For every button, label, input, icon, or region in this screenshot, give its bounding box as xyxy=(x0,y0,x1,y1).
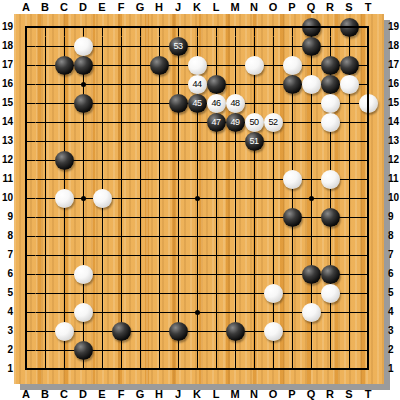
intersection[interactable] xyxy=(359,360,378,379)
intersection[interactable] xyxy=(340,18,359,37)
intersection[interactable] xyxy=(169,265,188,284)
intersection[interactable] xyxy=(150,208,169,227)
intersection[interactable] xyxy=(340,341,359,360)
intersection[interactable] xyxy=(283,18,302,37)
intersection[interactable] xyxy=(131,151,150,170)
intersection[interactable] xyxy=(226,75,245,94)
intersection[interactable] xyxy=(188,56,207,75)
intersection[interactable] xyxy=(245,322,264,341)
intersection[interactable] xyxy=(112,189,131,208)
intersection[interactable] xyxy=(131,341,150,360)
intersection[interactable] xyxy=(17,265,36,284)
intersection[interactable] xyxy=(74,246,93,265)
intersection[interactable] xyxy=(150,75,169,94)
intersection[interactable] xyxy=(74,360,93,379)
intersection[interactable] xyxy=(264,227,283,246)
intersection[interactable] xyxy=(36,132,55,151)
intersection[interactable] xyxy=(150,360,169,379)
intersection[interactable] xyxy=(226,132,245,151)
intersection[interactable] xyxy=(264,132,283,151)
intersection[interactable] xyxy=(93,170,112,189)
intersection[interactable] xyxy=(112,37,131,56)
intersection[interactable] xyxy=(169,18,188,37)
intersection[interactable] xyxy=(207,284,226,303)
intersection[interactable] xyxy=(359,94,378,113)
intersection[interactable] xyxy=(36,284,55,303)
intersection[interactable] xyxy=(245,284,264,303)
intersection[interactable] xyxy=(74,75,93,94)
intersection[interactable] xyxy=(264,151,283,170)
intersection[interactable] xyxy=(207,265,226,284)
intersection[interactable] xyxy=(93,56,112,75)
intersection[interactable] xyxy=(264,56,283,75)
intersection[interactable] xyxy=(150,227,169,246)
intersection[interactable] xyxy=(112,360,131,379)
intersection[interactable] xyxy=(340,56,359,75)
intersection[interactable] xyxy=(74,37,93,56)
intersection[interactable] xyxy=(321,341,340,360)
intersection[interactable] xyxy=(17,189,36,208)
intersection[interactable] xyxy=(264,75,283,94)
intersection[interactable] xyxy=(36,322,55,341)
intersection[interactable] xyxy=(112,322,131,341)
intersection[interactable] xyxy=(283,151,302,170)
intersection[interactable] xyxy=(93,132,112,151)
intersection[interactable] xyxy=(55,56,74,75)
intersection[interactable] xyxy=(264,170,283,189)
intersection[interactable]: 44 xyxy=(188,75,207,94)
intersection[interactable] xyxy=(169,303,188,322)
intersection[interactable] xyxy=(112,208,131,227)
intersection[interactable] xyxy=(169,322,188,341)
intersection[interactable] xyxy=(283,303,302,322)
intersection[interactable] xyxy=(283,189,302,208)
intersection[interactable] xyxy=(150,170,169,189)
intersection[interactable] xyxy=(112,170,131,189)
intersection[interactable] xyxy=(321,246,340,265)
intersection[interactable] xyxy=(74,151,93,170)
intersection[interactable] xyxy=(283,227,302,246)
intersection[interactable] xyxy=(302,75,321,94)
intersection[interactable] xyxy=(321,284,340,303)
intersection[interactable] xyxy=(245,246,264,265)
intersection[interactable] xyxy=(131,189,150,208)
intersection[interactable] xyxy=(283,360,302,379)
intersection[interactable] xyxy=(169,170,188,189)
intersection[interactable] xyxy=(55,341,74,360)
intersection[interactable] xyxy=(340,170,359,189)
intersection[interactable] xyxy=(302,284,321,303)
intersection[interactable] xyxy=(169,341,188,360)
intersection[interactable] xyxy=(321,132,340,151)
intersection[interactable] xyxy=(74,341,93,360)
intersection[interactable] xyxy=(150,284,169,303)
intersection[interactable] xyxy=(226,37,245,56)
intersection[interactable] xyxy=(321,18,340,37)
intersection[interactable] xyxy=(321,303,340,322)
intersection[interactable] xyxy=(207,246,226,265)
intersection[interactable] xyxy=(226,265,245,284)
intersection[interactable] xyxy=(188,227,207,246)
intersection[interactable] xyxy=(131,94,150,113)
intersection[interactable] xyxy=(112,341,131,360)
intersection[interactable] xyxy=(112,113,131,132)
intersection[interactable] xyxy=(207,170,226,189)
intersection[interactable] xyxy=(302,208,321,227)
intersection[interactable]: 45 xyxy=(188,94,207,113)
intersection[interactable] xyxy=(150,56,169,75)
intersection[interactable] xyxy=(17,246,36,265)
intersection[interactable] xyxy=(188,18,207,37)
intersection[interactable] xyxy=(55,284,74,303)
intersection[interactable] xyxy=(359,284,378,303)
intersection[interactable] xyxy=(340,360,359,379)
intersection[interactable] xyxy=(93,284,112,303)
intersection[interactable] xyxy=(112,227,131,246)
intersection[interactable] xyxy=(36,227,55,246)
intersection[interactable] xyxy=(112,151,131,170)
intersection[interactable] xyxy=(55,75,74,94)
intersection[interactable] xyxy=(264,208,283,227)
intersection[interactable] xyxy=(74,303,93,322)
intersection[interactable] xyxy=(340,265,359,284)
intersection[interactable] xyxy=(131,132,150,151)
intersection[interactable] xyxy=(245,360,264,379)
intersection[interactable] xyxy=(264,189,283,208)
intersection[interactable] xyxy=(188,360,207,379)
intersection[interactable] xyxy=(188,189,207,208)
intersection[interactable] xyxy=(112,75,131,94)
intersection[interactable] xyxy=(226,18,245,37)
intersection[interactable] xyxy=(36,170,55,189)
intersection[interactable] xyxy=(131,56,150,75)
intersection[interactable] xyxy=(359,151,378,170)
intersection[interactable] xyxy=(55,208,74,227)
intersection[interactable] xyxy=(131,227,150,246)
intersection[interactable] xyxy=(302,227,321,246)
intersection[interactable] xyxy=(17,322,36,341)
intersection[interactable] xyxy=(74,322,93,341)
intersection[interactable] xyxy=(74,113,93,132)
intersection[interactable]: 46 xyxy=(207,94,226,113)
intersection[interactable] xyxy=(340,75,359,94)
intersection[interactable] xyxy=(321,360,340,379)
intersection[interactable] xyxy=(245,227,264,246)
intersection[interactable] xyxy=(245,208,264,227)
intersection[interactable] xyxy=(321,75,340,94)
intersection[interactable] xyxy=(74,208,93,227)
intersection[interactable] xyxy=(131,170,150,189)
intersection[interactable] xyxy=(359,37,378,56)
intersection[interactable] xyxy=(36,246,55,265)
intersection[interactable] xyxy=(340,189,359,208)
intersection[interactable] xyxy=(188,246,207,265)
intersection[interactable] xyxy=(302,113,321,132)
intersection[interactable] xyxy=(93,189,112,208)
intersection[interactable] xyxy=(17,151,36,170)
intersection[interactable] xyxy=(150,94,169,113)
intersection[interactable] xyxy=(283,56,302,75)
intersection[interactable] xyxy=(340,94,359,113)
intersection[interactable] xyxy=(55,113,74,132)
intersection[interactable] xyxy=(169,56,188,75)
intersection[interactable] xyxy=(245,75,264,94)
intersection[interactable] xyxy=(226,151,245,170)
intersection[interactable] xyxy=(302,18,321,37)
intersection[interactable] xyxy=(36,37,55,56)
intersection[interactable] xyxy=(169,75,188,94)
intersection[interactable] xyxy=(245,37,264,56)
intersection[interactable] xyxy=(359,189,378,208)
intersection[interactable] xyxy=(17,113,36,132)
intersection[interactable] xyxy=(359,113,378,132)
intersection[interactable] xyxy=(93,303,112,322)
intersection[interactable] xyxy=(321,37,340,56)
intersection[interactable] xyxy=(74,265,93,284)
intersection[interactable] xyxy=(283,322,302,341)
intersection[interactable] xyxy=(226,56,245,75)
intersection[interactable] xyxy=(283,246,302,265)
intersection[interactable] xyxy=(359,341,378,360)
intersection[interactable] xyxy=(17,284,36,303)
intersection[interactable] xyxy=(36,56,55,75)
intersection[interactable] xyxy=(207,322,226,341)
intersection[interactable] xyxy=(131,18,150,37)
intersection[interactable] xyxy=(359,265,378,284)
intersection[interactable] xyxy=(188,303,207,322)
intersection[interactable] xyxy=(93,227,112,246)
intersection[interactable] xyxy=(169,151,188,170)
intersection[interactable] xyxy=(17,94,36,113)
intersection[interactable] xyxy=(112,265,131,284)
intersection[interactable] xyxy=(93,94,112,113)
intersection[interactable] xyxy=(55,132,74,151)
intersection[interactable] xyxy=(93,360,112,379)
intersection[interactable] xyxy=(264,303,283,322)
intersection[interactable] xyxy=(321,322,340,341)
intersection[interactable] xyxy=(131,37,150,56)
intersection[interactable] xyxy=(17,341,36,360)
intersection[interactable] xyxy=(283,341,302,360)
intersection[interactable] xyxy=(150,113,169,132)
intersection[interactable] xyxy=(55,170,74,189)
intersection[interactable] xyxy=(245,94,264,113)
intersection[interactable] xyxy=(264,18,283,37)
intersection[interactable] xyxy=(302,37,321,56)
intersection[interactable] xyxy=(207,227,226,246)
intersection[interactable] xyxy=(226,246,245,265)
intersection[interactable]: 47 xyxy=(207,113,226,132)
intersection[interactable] xyxy=(340,132,359,151)
intersection[interactable] xyxy=(245,170,264,189)
intersection[interactable] xyxy=(17,227,36,246)
intersection[interactable] xyxy=(245,151,264,170)
intersection[interactable] xyxy=(55,360,74,379)
intersection[interactable] xyxy=(226,322,245,341)
intersection[interactable] xyxy=(264,265,283,284)
intersection[interactable] xyxy=(36,303,55,322)
intersection[interactable] xyxy=(302,303,321,322)
intersection[interactable] xyxy=(283,75,302,94)
intersection[interactable] xyxy=(131,284,150,303)
intersection[interactable] xyxy=(188,341,207,360)
intersection[interactable] xyxy=(169,132,188,151)
intersection[interactable] xyxy=(321,265,340,284)
intersection[interactable] xyxy=(112,132,131,151)
intersection[interactable] xyxy=(55,227,74,246)
intersection[interactable] xyxy=(321,189,340,208)
intersection[interactable] xyxy=(55,37,74,56)
intersection[interactable] xyxy=(207,341,226,360)
intersection[interactable] xyxy=(245,18,264,37)
intersection[interactable] xyxy=(93,246,112,265)
intersection[interactable] xyxy=(302,132,321,151)
intersection[interactable] xyxy=(264,322,283,341)
intersection[interactable] xyxy=(55,303,74,322)
intersection[interactable] xyxy=(74,189,93,208)
intersection[interactable] xyxy=(131,322,150,341)
intersection[interactable] xyxy=(188,265,207,284)
intersection[interactable] xyxy=(302,341,321,360)
intersection[interactable] xyxy=(36,189,55,208)
intersection[interactable] xyxy=(359,303,378,322)
intersection[interactable]: 50 xyxy=(245,113,264,132)
intersection[interactable] xyxy=(245,265,264,284)
intersection[interactable] xyxy=(226,360,245,379)
intersection[interactable] xyxy=(321,227,340,246)
intersection[interactable] xyxy=(74,227,93,246)
intersection[interactable] xyxy=(321,56,340,75)
intersection[interactable] xyxy=(340,113,359,132)
intersection[interactable] xyxy=(340,322,359,341)
intersection[interactable] xyxy=(74,284,93,303)
intersection[interactable] xyxy=(131,303,150,322)
intersection[interactable] xyxy=(112,246,131,265)
intersection[interactable] xyxy=(112,18,131,37)
intersection[interactable] xyxy=(245,189,264,208)
intersection[interactable] xyxy=(283,94,302,113)
intersection[interactable] xyxy=(74,170,93,189)
intersection[interactable] xyxy=(302,151,321,170)
intersection[interactable] xyxy=(283,208,302,227)
intersection[interactable] xyxy=(359,56,378,75)
intersection[interactable]: 52 xyxy=(264,113,283,132)
intersection[interactable] xyxy=(302,170,321,189)
intersection[interactable] xyxy=(150,18,169,37)
intersection[interactable] xyxy=(112,303,131,322)
intersection[interactable] xyxy=(55,246,74,265)
intersection[interactable] xyxy=(226,303,245,322)
intersection[interactable] xyxy=(131,75,150,94)
intersection[interactable] xyxy=(112,284,131,303)
intersection[interactable] xyxy=(93,265,112,284)
intersection[interactable] xyxy=(169,208,188,227)
intersection[interactable] xyxy=(359,227,378,246)
intersection[interactable] xyxy=(150,246,169,265)
intersection[interactable] xyxy=(93,113,112,132)
intersection[interactable] xyxy=(207,56,226,75)
intersection[interactable]: 53 xyxy=(169,37,188,56)
intersection[interactable] xyxy=(131,360,150,379)
intersection[interactable] xyxy=(264,341,283,360)
intersection[interactable] xyxy=(17,360,36,379)
intersection[interactable] xyxy=(302,360,321,379)
intersection[interactable] xyxy=(36,75,55,94)
intersection[interactable] xyxy=(321,113,340,132)
intersection[interactable] xyxy=(264,284,283,303)
intersection[interactable] xyxy=(321,151,340,170)
intersection[interactable] xyxy=(169,94,188,113)
intersection[interactable] xyxy=(283,132,302,151)
intersection[interactable] xyxy=(112,94,131,113)
intersection[interactable] xyxy=(245,56,264,75)
intersection[interactable] xyxy=(321,170,340,189)
intersection[interactable] xyxy=(226,170,245,189)
intersection[interactable] xyxy=(150,37,169,56)
intersection[interactable] xyxy=(74,94,93,113)
intersection[interactable] xyxy=(302,94,321,113)
intersection[interactable] xyxy=(55,94,74,113)
intersection[interactable] xyxy=(359,18,378,37)
intersection[interactable] xyxy=(340,151,359,170)
intersection[interactable] xyxy=(264,360,283,379)
intersection[interactable] xyxy=(226,208,245,227)
intersection[interactable] xyxy=(150,322,169,341)
intersection[interactable] xyxy=(74,56,93,75)
intersection[interactable] xyxy=(93,75,112,94)
intersection[interactable] xyxy=(226,284,245,303)
intersection[interactable] xyxy=(207,75,226,94)
intersection[interactable] xyxy=(302,246,321,265)
intersection[interactable] xyxy=(264,94,283,113)
intersection[interactable] xyxy=(321,94,340,113)
intersection[interactable] xyxy=(169,113,188,132)
intersection[interactable] xyxy=(169,360,188,379)
intersection[interactable] xyxy=(131,265,150,284)
intersection[interactable] xyxy=(207,208,226,227)
intersection[interactable] xyxy=(93,18,112,37)
intersection[interactable] xyxy=(36,341,55,360)
intersection[interactable] xyxy=(359,208,378,227)
intersection[interactable] xyxy=(17,18,36,37)
intersection[interactable] xyxy=(207,151,226,170)
intersection[interactable] xyxy=(207,189,226,208)
intersection[interactable] xyxy=(188,37,207,56)
intersection[interactable] xyxy=(188,151,207,170)
intersection[interactable] xyxy=(359,132,378,151)
intersection[interactable] xyxy=(188,322,207,341)
intersection[interactable] xyxy=(55,18,74,37)
intersection[interactable] xyxy=(283,265,302,284)
intersection[interactable] xyxy=(340,246,359,265)
intersection[interactable] xyxy=(359,75,378,94)
intersection[interactable] xyxy=(17,303,36,322)
intersection[interactable] xyxy=(359,246,378,265)
intersection[interactable] xyxy=(55,322,74,341)
intersection[interactable] xyxy=(245,341,264,360)
intersection[interactable] xyxy=(340,227,359,246)
intersection[interactable] xyxy=(302,322,321,341)
intersection[interactable] xyxy=(226,227,245,246)
intersection[interactable] xyxy=(188,208,207,227)
intersection[interactable] xyxy=(93,151,112,170)
intersection[interactable] xyxy=(340,284,359,303)
intersection[interactable] xyxy=(150,189,169,208)
intersection[interactable] xyxy=(283,170,302,189)
intersection[interactable] xyxy=(207,132,226,151)
intersection[interactable] xyxy=(36,151,55,170)
intersection[interactable] xyxy=(245,303,264,322)
